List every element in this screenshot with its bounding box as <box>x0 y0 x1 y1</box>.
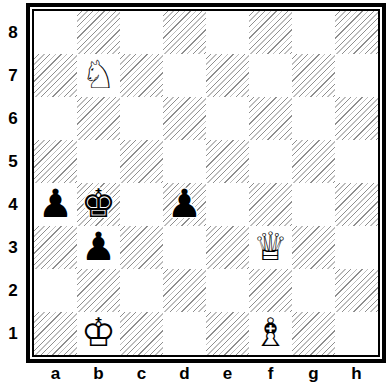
square-f3[interactable]: ♕ <box>249 226 292 269</box>
square-h2[interactable] <box>335 269 378 312</box>
rank-label-7: 7 <box>0 54 26 97</box>
rank-label-1: 1 <box>0 312 26 355</box>
square-e3[interactable] <box>206 226 249 269</box>
square-b8[interactable] <box>77 11 120 54</box>
square-g7[interactable] <box>292 54 335 97</box>
square-d8[interactable] <box>163 11 206 54</box>
chess-board: ♘♟♚♟♟♕♔♗ <box>34 11 378 355</box>
white-queen: ♕ <box>253 225 288 268</box>
white-king: ♔ <box>81 311 116 354</box>
square-b4[interactable]: ♚ <box>77 183 120 226</box>
square-h5[interactable] <box>335 140 378 183</box>
square-e6[interactable] <box>206 97 249 140</box>
square-b7[interactable]: ♘ <box>77 54 120 97</box>
square-a2[interactable] <box>34 269 77 312</box>
square-d1[interactable] <box>163 312 206 355</box>
file-label-e: e <box>206 364 249 384</box>
square-e4[interactable] <box>206 183 249 226</box>
square-a7[interactable] <box>34 54 77 97</box>
square-e7[interactable] <box>206 54 249 97</box>
square-a8[interactable] <box>34 11 77 54</box>
square-f6[interactable] <box>249 97 292 140</box>
square-c5[interactable] <box>120 140 163 183</box>
file-label-a: a <box>34 364 77 384</box>
square-c3[interactable] <box>120 226 163 269</box>
square-d3[interactable] <box>163 226 206 269</box>
black-pawn: ♟ <box>81 225 116 268</box>
square-f4[interactable] <box>249 183 292 226</box>
square-e5[interactable] <box>206 140 249 183</box>
file-label-g: g <box>292 364 335 384</box>
square-c7[interactable] <box>120 54 163 97</box>
square-d6[interactable] <box>163 97 206 140</box>
square-a6[interactable] <box>34 97 77 140</box>
square-b2[interactable] <box>77 269 120 312</box>
square-g3[interactable] <box>292 226 335 269</box>
rank-label-3: 3 <box>0 226 26 269</box>
board-inner-border: ♘♟♚♟♟♕♔♗ <box>32 9 380 357</box>
square-h6[interactable] <box>335 97 378 140</box>
black-king: ♚ <box>81 182 116 225</box>
square-g6[interactable] <box>292 97 335 140</box>
rank-label-5: 5 <box>0 140 26 183</box>
square-a3[interactable] <box>34 226 77 269</box>
square-e8[interactable] <box>206 11 249 54</box>
square-g1[interactable] <box>292 312 335 355</box>
square-a1[interactable] <box>34 312 77 355</box>
file-label-c: c <box>120 364 163 384</box>
square-b6[interactable] <box>77 97 120 140</box>
square-e1[interactable] <box>206 312 249 355</box>
square-g8[interactable] <box>292 11 335 54</box>
square-c1[interactable] <box>120 312 163 355</box>
black-pawn: ♟ <box>38 182 73 225</box>
square-c6[interactable] <box>120 97 163 140</box>
white-bishop: ♗ <box>253 311 288 354</box>
square-b5[interactable] <box>77 140 120 183</box>
square-a5[interactable] <box>34 140 77 183</box>
square-b1[interactable]: ♔ <box>77 312 120 355</box>
rank-label-8: 8 <box>0 11 26 54</box>
black-pawn: ♟ <box>167 182 202 225</box>
square-d7[interactable] <box>163 54 206 97</box>
file-labels: abcdefgh <box>34 364 378 384</box>
square-h8[interactable] <box>335 11 378 54</box>
square-h4[interactable] <box>335 183 378 226</box>
square-h1[interactable] <box>335 312 378 355</box>
square-d4[interactable]: ♟ <box>163 183 206 226</box>
square-c2[interactable] <box>120 269 163 312</box>
board-frame: ♘♟♚♟♟♕♔♗ <box>26 3 386 363</box>
square-c4[interactable] <box>120 183 163 226</box>
square-f2[interactable] <box>249 269 292 312</box>
file-label-d: d <box>163 364 206 384</box>
file-label-h: h <box>335 364 378 384</box>
square-b3[interactable]: ♟ <box>77 226 120 269</box>
square-g2[interactable] <box>292 269 335 312</box>
rank-label-2: 2 <box>0 269 26 312</box>
white-knight: ♘ <box>81 53 116 96</box>
square-g4[interactable] <box>292 183 335 226</box>
square-a4[interactable]: ♟ <box>34 183 77 226</box>
square-f7[interactable] <box>249 54 292 97</box>
square-d2[interactable] <box>163 269 206 312</box>
square-g5[interactable] <box>292 140 335 183</box>
square-c8[interactable] <box>120 11 163 54</box>
rank-labels: 87654321 <box>0 11 26 355</box>
square-h7[interactable] <box>335 54 378 97</box>
square-f8[interactable] <box>249 11 292 54</box>
square-f5[interactable] <box>249 140 292 183</box>
square-d5[interactable] <box>163 140 206 183</box>
rank-label-6: 6 <box>0 97 26 140</box>
square-h3[interactable] <box>335 226 378 269</box>
chess-diagram: 87654321 ♘♟♚♟♟♕♔♗ abcdefgh <box>0 0 387 390</box>
rank-label-4: 4 <box>0 183 26 226</box>
file-label-f: f <box>249 364 292 384</box>
square-e2[interactable] <box>206 269 249 312</box>
file-label-b: b <box>77 364 120 384</box>
square-f1[interactable]: ♗ <box>249 312 292 355</box>
